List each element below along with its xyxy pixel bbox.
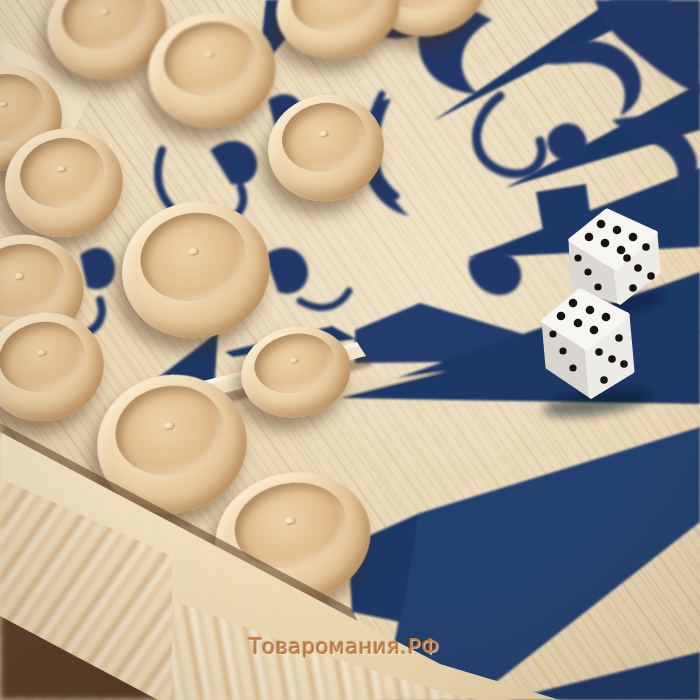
checker-recess: [13, 130, 110, 215]
checker-center-nub: [187, 248, 198, 256]
checker-recess: [249, 327, 338, 400]
board-photo: Товаромания.РФ: [0, 0, 700, 700]
checker-center-nub: [204, 51, 213, 58]
checker-recess: [157, 14, 262, 105]
checker-center-nub: [37, 349, 46, 355]
checker-center-nub: [100, 9, 109, 15]
checker-recess: [107, 376, 231, 485]
checker-center-nub: [14, 273, 23, 280]
checker-recess: [276, 96, 372, 180]
checker-center-nub: [0, 101, 7, 107]
checker-recess: [286, 0, 387, 39]
checker-center-nub: [57, 165, 65, 171]
wooden-checker[interactable]: [233, 317, 359, 428]
wooden-checker[interactable]: [267, 0, 409, 70]
wooden-checker[interactable]: [109, 188, 282, 352]
checker-center-nub: [163, 421, 174, 429]
checker-center-nub: [319, 131, 327, 137]
checker-recess: [0, 314, 91, 400]
checker-center-nub: [289, 357, 297, 362]
checker-recess: [55, 0, 154, 58]
wooden-checker[interactable]: [0, 302, 114, 433]
checker-recess: [132, 203, 254, 310]
checker-recess: [0, 236, 71, 325]
watermark-text: Товаромания.РФ: [249, 635, 439, 659]
wooden-checker[interactable]: [258, 84, 394, 212]
checker-center-nub: [284, 516, 295, 524]
